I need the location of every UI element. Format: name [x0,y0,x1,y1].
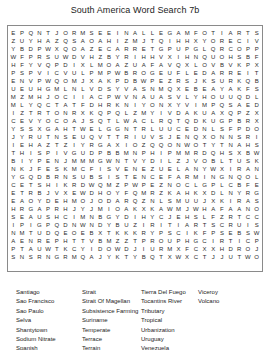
grid-cell-r7c27: K [235,77,244,85]
grid-cell-r26c23: F [200,229,209,237]
grid-cell-r5c4: V [35,61,44,69]
grid-cell-r10c19: X [165,101,174,109]
grid-cell-r4c22: N [191,53,200,61]
grid-cell-r25c15: Z [131,221,140,229]
grid-cell-r28c15: J [131,245,140,253]
grid-cell-r1c21: M [183,29,192,37]
grid-cell-r1c27: R [235,29,244,37]
grid-cell-r16c22: R [191,149,200,157]
grid-cell-r28c23: X [200,245,209,253]
grid-cell-r16c8: G [70,149,79,157]
grid-cell-r7c24: S [209,77,218,85]
grid-cell-r9c18: A [157,93,166,101]
grid-cell-r29c8: M [70,253,79,261]
grid-cell-r7c28: Q [244,77,253,85]
grid-cell-r23c3: G [26,205,35,213]
grid-cell-r19c20: A [174,173,183,181]
grid-cell-r12c25: G [218,117,227,125]
grid-cell-r19c12: I [105,173,114,181]
grid-cell-r17c12: W [105,157,114,165]
grid-cell-r18c7: K [61,165,70,173]
grid-cell-r20c25: L [218,181,227,189]
grid-cell-r10c16: Y [139,101,148,109]
grid-cell-r14c9: U [79,133,88,141]
word-grid: EPQNTJORMSEEINALLEGAMFOTIARTSZUYHAZQSAOA… [9,29,261,261]
grid-cell-r28c3: A [26,245,35,253]
grid-cell-r27c9: T [79,237,88,245]
grid-cell-r17c1: B [9,157,18,165]
grid-cell-r20c19: N [165,181,174,189]
grid-cell-r24c23: L [200,213,209,221]
grid-cell-r6c29: T [252,69,261,77]
grid-cell-r23c4: A [35,205,44,213]
grid-cell-r12c3: V [26,117,35,125]
grid-cell-r10c15: I [131,101,140,109]
grid-cell-r20c1: C [9,181,18,189]
grid-cell-r18c11: I [96,165,105,173]
grid-cell-r21c29: G [252,189,261,197]
grid-cell-r15c24: Y [209,141,218,149]
word-list-item: Terrace [82,335,138,344]
grid-cell-r17c24: B [209,157,218,165]
grid-cell-r5c12: O [105,61,114,69]
grid-cell-r1c15: A [131,29,140,37]
grid-cell-r1c25: I [218,29,227,37]
grid-cell-r1c24: T [209,29,218,37]
grid-cell-r29c4: R [35,253,44,261]
grid-cell-r10c8: T [70,101,79,109]
grid-cell-r13c10: E [87,125,96,133]
grid-cell-r6c28: I [244,69,253,77]
grid-cell-r20c24: P [209,181,218,189]
grid-cell-r3c20: U [174,45,183,53]
grid-cell-r16c20: M [174,149,183,157]
grid-cell-r2c6: Z [52,37,61,45]
grid-cell-r13c14: N [122,125,131,133]
grid-cell-r6c21: L [183,69,192,77]
grid-cell-r14c15: I [131,133,140,141]
grid-cell-r10c17: O [148,101,157,109]
grid-cell-r2c5: A [44,37,53,45]
grid-cell-r22c14: R [122,197,131,205]
grid-cell-r24c15: I [131,213,140,221]
grid-cell-r20c17: E [148,181,157,189]
grid-cell-r9c21: L [183,93,192,101]
grid-cell-r29c14: T [122,253,131,261]
grid-cell-r17c10: M [87,157,96,165]
grid-cell-r3c28: P [244,45,253,53]
grid-cell-r20c4: S [35,181,44,189]
grid-cell-r9c23: H [200,93,209,101]
grid-cell-r22c4: Y [35,197,44,205]
grid-cell-r17c5: E [44,157,53,165]
grid-cell-r5c5: Q [44,61,53,69]
grid-cell-r16c16: P [139,149,148,157]
grid-cell-r23c27: A [235,205,244,213]
grid-cell-r28c8: C [70,245,79,253]
grid-cell-r24c14: D [122,213,131,221]
grid-cell-r23c19: W [165,205,174,213]
grid-cell-r21c12: O [105,189,114,197]
grid-cell-r18c23: Y [200,165,209,173]
grid-cell-r29c18: T [157,253,166,261]
grid-cell-r2c3: Y [26,37,35,45]
grid-cell-r17c28: S [244,157,253,165]
grid-cell-r18c20: L [174,165,183,173]
grid-cell-r10c24: P [209,101,218,109]
grid-cell-r15c27: A [235,141,244,149]
grid-cell-r23c18: A [157,205,166,213]
grid-cell-r11c14: L [122,109,131,117]
grid-cell-r17c3: Y [26,157,35,165]
grid-cell-r17c25: L [218,157,227,165]
grid-cell-r7c2: N [18,77,27,85]
grid-cell-r23c5: P [44,205,53,213]
grid-cell-r3c2: B [18,45,27,53]
grid-cell-r23c20: M [174,205,183,213]
grid-cell-r17c2: I [18,157,27,165]
grid-cell-r8c8: N [70,85,79,93]
grid-cell-r6c22: E [191,69,200,77]
grid-cell-r4c6: U [52,53,61,61]
grid-cell-r20c26: C [226,181,235,189]
grid-cell-r7c16: W [139,77,148,85]
grid-cell-r5c28: P [244,61,253,69]
grid-cell-r13c2: S [18,125,27,133]
grid-cell-r4c14: R [122,53,131,61]
grid-cell-r3c22: G [191,45,200,53]
grid-cell-r28c9: Y [79,245,88,253]
grid-cell-r5c11: M [96,61,105,69]
grid-cell-r5c1: H [9,61,18,69]
grid-cell-r13c18: U [157,125,166,133]
worksheet-page: South America Word Search 7b EPQNTJORMSE… [0,0,270,350]
grid-cell-r3c27: O [235,45,244,53]
grid-cell-r25c27: U [235,221,244,229]
grid-cell-r13c15: T [131,125,140,133]
grid-cell-r18c8: M [70,165,79,173]
grid-cell-r29c13: K [113,253,122,261]
grid-cell-r12c4: Y [35,117,44,125]
grid-cell-r4c4: R [35,53,44,61]
grid-cell-r17c20: Z [174,157,183,165]
grid-cell-r29c1: S [9,253,18,261]
grid-cell-r23c9: Y [79,205,88,213]
grid-cell-r20c9: D [79,181,88,189]
grid-cell-r12c6: C [52,117,61,125]
grid-cell-r22c15: Q [131,197,140,205]
grid-cell-r9c3: M [26,93,35,101]
grid-cell-r29c5: N [44,253,53,261]
grid-cell-r19c8: S [70,173,79,181]
grid-cell-r9c15: N [131,93,140,101]
puzzle-border: EPQNTJORMSEEINALLEGAMFOTIARTSZUYHAZQSAOA… [7,25,263,272]
grid-cell-r8c29: S [252,85,261,93]
grid-cell-r14c13: T [113,133,122,141]
grid-cell-r6c3: P [26,69,35,77]
word-list-item: Tierra Del Fuego [141,288,186,297]
grid-cell-r16c5: P [44,149,53,157]
grid-cell-r6c1: P [9,69,18,77]
grid-cell-r11c15: Z [131,109,140,117]
grid-cell-r3c1: Y [9,45,18,53]
grid-cell-r27c29: P [252,237,261,245]
grid-cell-r27c5: E [44,237,53,245]
grid-cell-r13c6: A [52,125,61,133]
grid-cell-r2c1: Z [9,37,18,45]
grid-cell-r2c20: H [174,37,183,45]
grid-cell-r6c26: R [226,69,235,77]
grid-cell-r3c9: A [79,45,88,53]
grid-cell-r29c22: C [191,253,200,261]
grid-cell-r11c28: Z [244,109,253,117]
grid-cell-r19c3: Q [26,173,35,181]
grid-cell-r26c15: K [131,229,140,237]
grid-cell-r22c24: X [209,197,218,205]
grid-cell-r10c20: Y [174,101,183,109]
grid-cell-r22c13: A [113,197,122,205]
grid-cell-r4c10: H [87,53,96,61]
grid-cell-r27c22: G [191,237,200,245]
grid-cell-r29c11: J [96,253,105,261]
grid-cell-r8c22: B [191,85,200,93]
grid-cell-r9c9: I [79,93,88,101]
grid-cell-r14c12: T [105,133,114,141]
grid-cell-r10c9: F [79,101,88,109]
grid-cell-r10c2: L [18,101,27,109]
grid-cell-r18c18: U [157,165,166,173]
grid-cell-r12c16: C [139,117,148,125]
grid-cell-r15c14: I [122,141,131,149]
grid-cell-r8c26: A [226,85,235,93]
grid-cell-r27c4: R [35,237,44,245]
grid-cell-r1c8: R [70,29,79,37]
grid-cell-r12c9: J [79,117,88,125]
grid-cell-r17c7: J [61,157,70,165]
grid-cell-r21c22: K [191,189,200,197]
grid-cell-r13c3: S [26,125,35,133]
word-list-item: Viceroy [198,288,219,297]
grid-cell-r20c11: Q [96,181,105,189]
grid-cell-r9c2: Z [18,93,27,101]
word-list-item: Uruguay [141,335,186,344]
grid-cell-r25c26: R [226,221,235,229]
grid-cell-r23c21: J [183,205,192,213]
grid-cell-r14c20: E [174,133,183,141]
grid-cell-r28c25: H [218,245,227,253]
grid-cell-r9c27: Q [235,93,244,101]
grid-cell-r19c2: G [18,173,27,181]
grid-cell-r16c13: B [113,149,122,157]
grid-cell-r13c13: G [113,125,122,133]
grid-cell-r18c21: A [183,165,192,173]
grid-cell-r3c7: Q [61,45,70,53]
grid-cell-r27c27: I [235,237,244,245]
grid-cell-r20c14: P [122,181,131,189]
grid-cell-r14c7: S [61,133,70,141]
grid-cell-r4c13: Y [113,53,122,61]
grid-cell-r8c18: M [157,85,166,93]
word-list-item: Sodium Nitrate [16,335,56,344]
grid-cell-r25c11: D [96,221,105,229]
grid-cell-r6c9: L [79,69,88,77]
grid-cell-r28c4: U [35,245,44,253]
grid-cell-r24c21: H [183,213,192,221]
grid-cell-r23c23: H [200,205,209,213]
grid-cell-r8c28: F [244,85,253,93]
grid-cell-r29c2: N [18,253,27,261]
grid-cell-r23c25: F [218,205,227,213]
grid-cell-r27c17: R [148,237,157,245]
grid-cell-r7c9: J [79,77,88,85]
grid-cell-r6c19: U [165,69,174,77]
grid-cell-r16c27: X [235,149,244,157]
grid-cell-r28c5: W [44,245,53,253]
grid-cell-r2c2: U [18,37,27,45]
grid-cell-r17c6: N [52,157,61,165]
grid-cell-r21c11: H [96,189,105,197]
grid-cell-r13c22: D [191,125,200,133]
grid-cell-r13c17: L [148,125,157,133]
grid-cell-r8c2: E [18,85,27,93]
grid-cell-r14c28: R [244,133,253,141]
grid-cell-r21c27: Y [235,189,244,197]
grid-cell-r22c28: A [244,197,253,205]
grid-cell-r2c19: I [165,37,174,45]
grid-cell-r5c15: U [131,61,140,69]
grid-cell-r2c8: S [70,37,79,45]
grid-cell-r1c10: S [87,29,96,37]
grid-cell-r11c24: A [209,109,218,117]
grid-cell-r19c25: G [218,173,227,181]
grid-cell-r23c22: W [191,205,200,213]
grid-cell-r15c7: Z [61,141,70,149]
grid-cell-r6c17: G [148,69,157,77]
grid-cell-r27c1: A [9,237,18,245]
grid-cell-r16c1: T [9,149,18,157]
grid-cell-r18c10: F [87,165,96,173]
grid-cell-r23c8: J [70,205,79,213]
grid-cell-r23c14: A [122,205,131,213]
grid-cell-r16c21: M [183,149,192,157]
grid-cell-r21c10: D [87,189,96,197]
grid-cell-r4c28: B [244,53,253,61]
grid-cell-r11c21: A [183,109,192,117]
grid-cell-r17c22: V [191,157,200,165]
grid-cell-r6c25: R [218,69,227,77]
grid-cell-r28c19: M [165,245,174,253]
grid-cell-r8c11: D [96,85,105,93]
grid-cell-r12c19: Q [165,117,174,125]
grid-cell-r7c6: Q [52,77,61,85]
grid-cell-r4c29: F [252,53,261,61]
grid-cell-r8c25: Y [218,85,227,93]
grid-cell-r25c8: N [70,221,79,229]
grid-cell-r25c20: I [174,221,183,229]
grid-cell-r6c12: P [105,69,114,77]
grid-cell-r1c19: G [165,29,174,37]
grid-cell-r22c17: N [148,197,157,205]
grid-cell-r16c2: H [18,149,27,157]
grid-cell-r9c16: A [139,93,148,101]
grid-cell-r26c13: K [113,229,122,237]
word-list-item: Spanish [16,344,56,350]
grid-cell-r28c18: R [157,245,166,253]
grid-cell-r26c14: K [122,229,131,237]
grid-cell-r21c4: B [35,189,44,197]
grid-cell-r10c26: S [226,101,235,109]
grid-cell-r24c20: E [174,213,183,221]
grid-cell-r29c3: S [26,253,35,261]
grid-cell-r26c11: X [96,229,105,237]
grid-cell-r2c18: Q [157,37,166,45]
grid-cell-r11c8: R [70,109,79,117]
grid-cell-r8c27: K [235,85,244,93]
grid-cell-r13c11: L [96,125,105,133]
grid-cell-r27c28: C [244,237,253,245]
grid-cell-r12c14: W [122,117,131,125]
grid-cell-r7c20: R [174,77,183,85]
grid-cell-r10c25: Q [218,101,227,109]
grid-cell-r26c21: I [183,229,192,237]
grid-cell-r26c24: P [209,229,218,237]
grid-cell-r20c27: B [235,181,244,189]
grid-cell-r13c12: G [105,125,114,133]
grid-cell-r5c29: X [252,61,261,69]
word-list-item: Tributary [141,307,186,316]
grid-cell-r18c19: E [165,165,174,173]
grid-cell-r12c24: U [209,117,218,125]
grid-cell-r27c20: P [174,237,183,245]
grid-cell-r8c19: Q [165,85,174,93]
grid-cell-r19c5: B [44,173,53,181]
grid-cell-r18c9: C [79,165,88,173]
grid-cell-r18c17: Z [148,165,157,173]
grid-cell-r27c10: V [87,237,96,245]
grid-cell-r24c2: E [18,213,27,221]
grid-cell-r16c18: I [157,149,166,157]
grid-cell-r20c2: E [18,181,27,189]
grid-cell-r7c26: R [226,77,235,85]
grid-cell-r24c12: G [105,213,114,221]
grid-cell-r16c15: N [131,149,140,157]
grid-cell-r2c17: T [148,37,157,45]
grid-cell-r23c28: N [244,205,253,213]
grid-cell-r24c13: Y [113,213,122,221]
word-list-item: Strait [82,288,138,297]
grid-cell-r4c19: X [165,53,174,61]
grid-cell-r22c25: K [218,197,227,205]
grid-cell-r25c13: B [113,221,122,229]
grid-cell-r15c6: T [52,141,61,149]
word-list-item: Venezuela [141,344,186,350]
grid-cell-r28c2: T [18,245,27,253]
grid-cell-r7c3: V [26,77,35,85]
grid-cell-r13c4: X [35,125,44,133]
grid-cell-r1c9: M [79,29,88,37]
grid-cell-r4c20: I [174,53,183,61]
grid-cell-r5c22: L [191,61,200,69]
grid-cell-r15c18: Q [157,141,166,149]
grid-cell-r18c1: N [9,165,18,173]
grid-cell-r28c26: D [226,245,235,253]
grid-cell-r20c29: E [252,181,261,189]
grid-cell-r6c8: U [70,69,79,77]
grid-cell-r20c8: R [70,181,79,189]
grid-cell-r19c24: N [209,173,218,181]
grid-cell-r26c6: Q [52,229,61,237]
grid-cell-r9c7: C [61,93,70,101]
